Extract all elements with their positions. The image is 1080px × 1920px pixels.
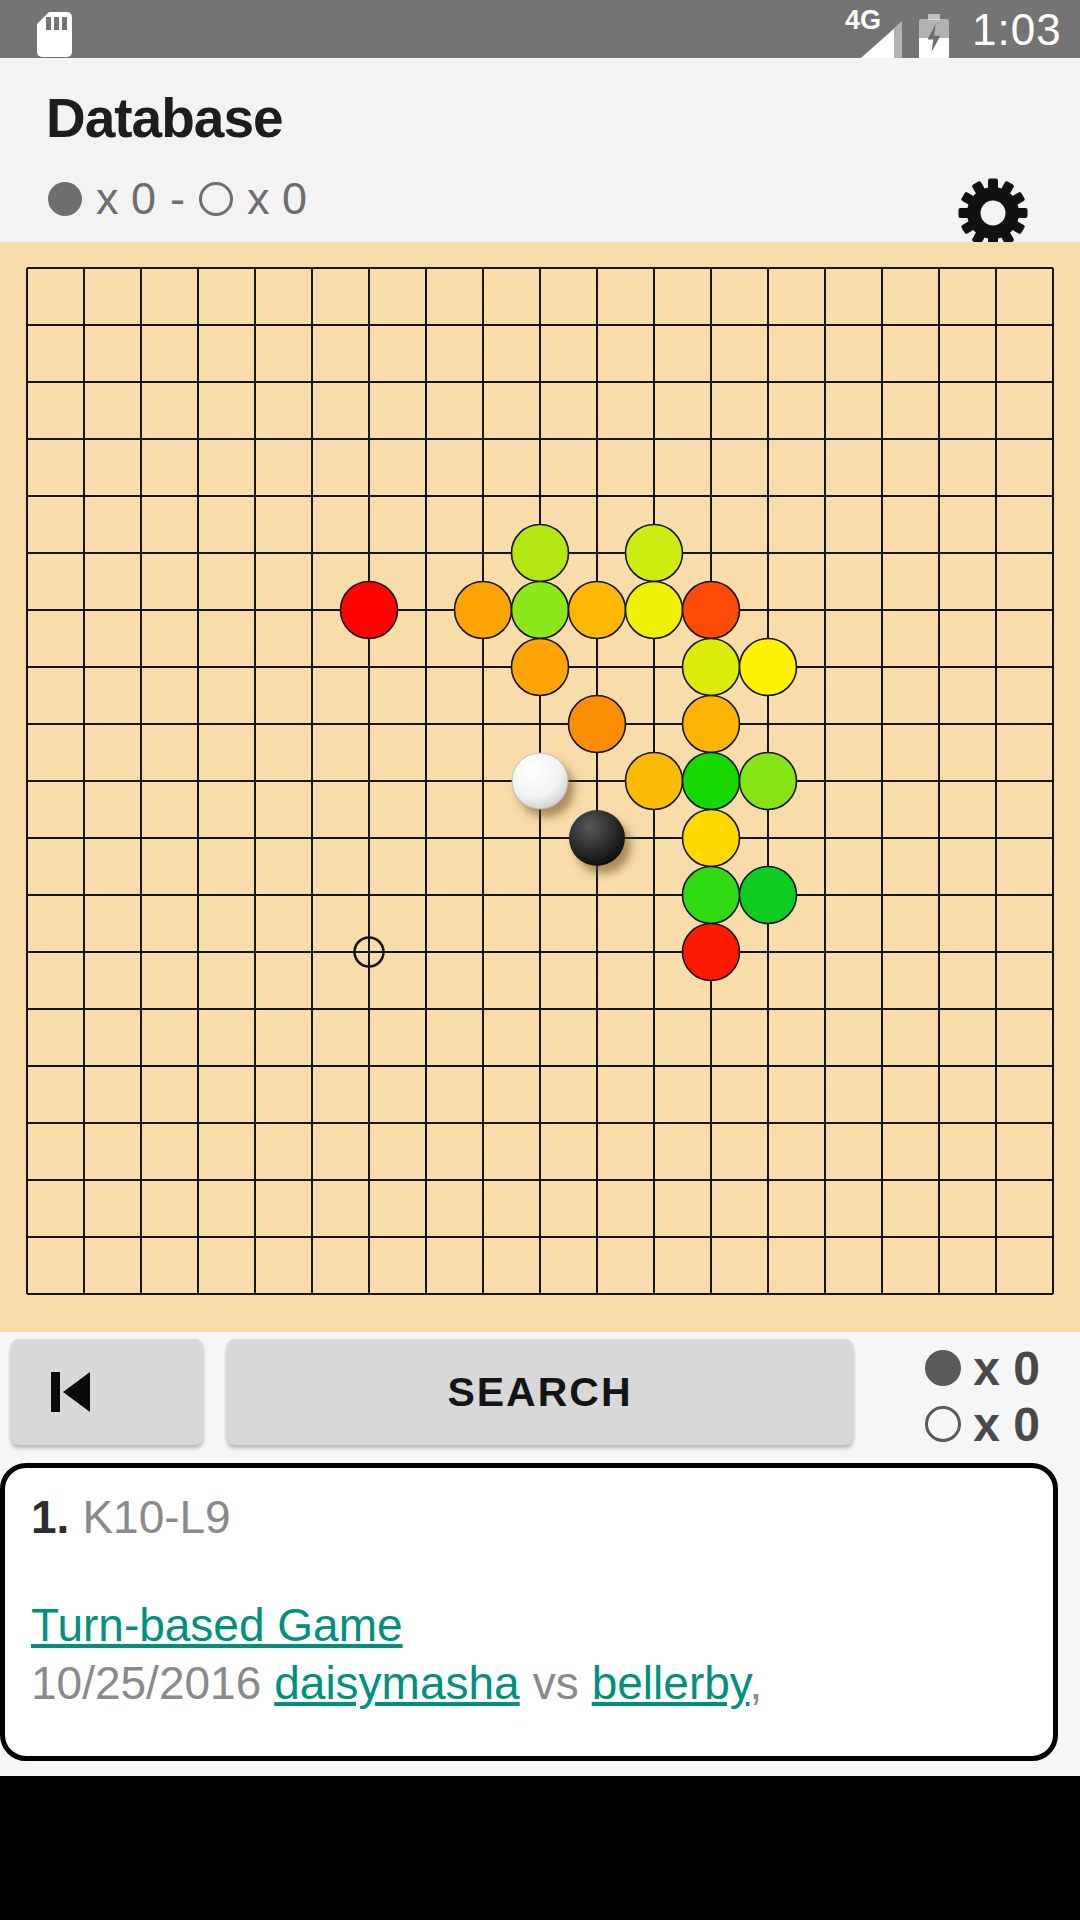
count-separator: - [170,173,185,225]
heat-move-L11[interactable] [569,696,626,753]
heat-move-N7[interactable] [683,924,740,981]
game-meta-line: 10/25/2016daisymashavsbellerby, [31,1656,762,1710]
trailing-comma: , [749,1657,762,1709]
move-list-line: 1.K10-L9 [31,1490,231,1544]
capture-counts: x 0 - x 0 [48,176,307,222]
white-count-label: x 0 [247,173,307,225]
black-stone-L9[interactable] [569,810,625,866]
heat-move-N11[interactable] [683,696,740,753]
heat-move-O10[interactable] [740,753,797,810]
white-stone-icon [199,182,233,216]
black-count-label: x 0 [96,173,156,225]
heat-move-O8[interactable] [740,867,797,924]
stones-layer[interactable] [512,753,625,866]
skip-to-start-button[interactable] [11,1339,203,1445]
black-stone-icon [925,1350,961,1386]
status-clock: 1:03 [972,5,1062,55]
heat-move-J13[interactable] [455,582,512,639]
search-button[interactable]: SEARCH [227,1339,853,1445]
heat-move-M14[interactable] [626,525,683,582]
white-stone-icon [925,1406,961,1442]
search-result-card: 1.K10-L9 Turn-based Game 10/25/2016daisy… [0,1463,1058,1761]
heat-move-N8[interactable] [683,867,740,924]
move-pair: K10-L9 [82,1491,230,1543]
result-counts: x 0 x 0 [925,1342,1040,1450]
app-header: Database x 0 - x 0 [0,58,1080,242]
heat-move-O12[interactable] [740,639,797,696]
network-type-label: 4G [845,5,881,36]
white-wins-count: x 0 [925,1398,1040,1450]
player2-link[interactable]: bellerby [592,1657,750,1709]
heat-move-G13[interactable] [341,582,398,639]
game-date: 10/25/2016 [31,1657,261,1709]
page-title: Database [46,86,283,150]
heat-move-N12[interactable] [683,639,740,696]
gomoku-board[interactable] [0,242,1080,1332]
settings-gear-icon[interactable] [957,177,1029,249]
white-stone-K10[interactable] [512,753,568,809]
board-svg[interactable] [0,242,1080,1332]
heat-move-N10[interactable] [683,753,740,810]
heat-move-K14[interactable] [512,525,569,582]
heat-move-M13[interactable] [626,582,683,639]
black-stone-icon [48,182,82,216]
controls-bar: SEARCH x 0 x 0 1.K10-L9 Turn-based Game … [0,1332,1080,1776]
heat-move-N9[interactable] [683,810,740,867]
heat-move-L13[interactable] [569,582,626,639]
heatmap-layer[interactable] [341,525,797,981]
heat-move-M10[interactable] [626,753,683,810]
status-bar: 4G 1:03 [0,0,1080,58]
battery-charging-icon [919,14,949,58]
heat-move-K13[interactable] [512,582,569,639]
game-type-link[interactable]: Turn-based Game [31,1598,403,1652]
move-number: 1. [31,1491,69,1543]
vs-label: vs [533,1657,579,1709]
heat-move-N13[interactable] [683,582,740,639]
heat-move-K12[interactable] [512,639,569,696]
skip-to-start-icon [51,1372,91,1412]
player1-link[interactable]: daisymasha [274,1657,519,1709]
android-navbar [0,1776,1080,1920]
sd-card-icon [37,12,72,57]
black-wins-count: x 0 [925,1342,1040,1394]
